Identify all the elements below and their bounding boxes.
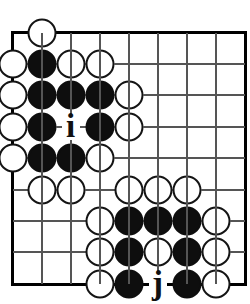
intersection-r5c3[interactable]	[56, 143, 85, 174]
white-stone	[0, 81, 27, 110]
intersection-r7c7[interactable]	[172, 205, 201, 236]
black-stone	[114, 207, 143, 236]
intersection-r7c5[interactable]	[114, 205, 143, 236]
intersection-r7c4[interactable]	[85, 205, 114, 236]
intersection-r3c7[interactable]	[172, 80, 201, 111]
black-stone	[27, 144, 56, 173]
black-stone	[172, 269, 201, 298]
intersection-r6c5[interactable]	[114, 174, 143, 205]
intersection-r5c1[interactable]	[0, 143, 27, 174]
intersection-r8c1[interactable]	[0, 237, 27, 268]
intersection-r1c4[interactable]	[85, 17, 114, 48]
intersection-r5c8[interactable]	[201, 143, 230, 174]
black-stone	[114, 238, 143, 267]
black-stone	[172, 238, 201, 267]
white-stone	[114, 81, 143, 110]
black-stone	[143, 207, 172, 236]
intersection-r6c9[interactable]	[230, 174, 250, 205]
white-stone	[143, 175, 172, 204]
intersection-r9c7[interactable]	[172, 268, 201, 299]
intersection-r1c7[interactable]	[172, 17, 201, 48]
white-stone	[85, 207, 114, 236]
intersection-r1c1[interactable]	[0, 17, 27, 48]
intersection-r6c2[interactable]	[27, 174, 56, 205]
white-stone	[27, 18, 56, 47]
white-stone	[201, 238, 230, 267]
intersection-r6c3[interactable]	[56, 174, 85, 205]
intersection-r3c4[interactable]	[85, 80, 114, 111]
point-label-i: i	[62, 114, 80, 140]
intersection-r5c5[interactable]	[114, 143, 143, 174]
intersection-r1c6[interactable]	[143, 17, 172, 48]
intersection-r6c1[interactable]	[0, 174, 27, 205]
intersection-r4c3[interactable]: i	[56, 111, 85, 142]
white-stone	[143, 238, 172, 267]
intersection-r3c9[interactable]	[230, 80, 250, 111]
intersection-r1c5[interactable]	[114, 17, 143, 48]
intersection-r3c3[interactable]	[56, 80, 85, 111]
intersection-r9c6[interactable]: j	[143, 268, 172, 299]
intersection-r9c8[interactable]	[201, 268, 230, 299]
black-stone	[172, 207, 201, 236]
intersection-r7c2[interactable]	[27, 205, 56, 236]
intersection-r7c3[interactable]	[56, 205, 85, 236]
intersection-r1c8[interactable]	[201, 17, 230, 48]
intersection-r2c5[interactable]	[114, 48, 143, 79]
intersection-r3c6[interactable]	[143, 80, 172, 111]
white-stone	[85, 144, 114, 173]
intersection-r7c6[interactable]	[143, 205, 172, 236]
intersection-r2c8[interactable]	[201, 48, 230, 79]
intersection-r6c6[interactable]	[143, 174, 172, 205]
white-stone	[85, 50, 114, 79]
intersection-r5c7[interactable]	[172, 143, 201, 174]
intersection-r6c4[interactable]	[85, 174, 114, 205]
intersection-r9c4[interactable]	[85, 268, 114, 299]
white-stone	[201, 269, 230, 298]
intersection-r5c4[interactable]	[85, 143, 114, 174]
intersection-r8c3[interactable]	[56, 237, 85, 268]
intersection-r7c1[interactable]	[0, 205, 27, 236]
intersection-r3c1[interactable]	[0, 80, 27, 111]
white-stone	[114, 112, 143, 141]
intersection-r5c6[interactable]	[143, 143, 172, 174]
intersection-r3c5[interactable]	[114, 80, 143, 111]
intersection-r8c7[interactable]	[172, 237, 201, 268]
white-stone	[27, 175, 56, 204]
intersection-r2c1[interactable]	[0, 48, 27, 79]
intersection-r8c4[interactable]	[85, 237, 114, 268]
white-stone	[56, 175, 85, 204]
intersection-r5c2[interactable]	[27, 143, 56, 174]
intersection-r4c9[interactable]	[230, 111, 250, 142]
intersection-r4c1[interactable]	[0, 111, 27, 142]
intersection-r5c9[interactable]	[230, 143, 250, 174]
black-stone	[56, 81, 85, 110]
point-label-j: j	[149, 271, 167, 297]
go-problem-diagram: ij	[0, 0, 250, 304]
white-stone	[201, 207, 230, 236]
intersection-r2c6[interactable]	[143, 48, 172, 79]
intersection-r6c8[interactable]	[201, 174, 230, 205]
white-stone	[114, 175, 143, 204]
intersection-r2c2[interactable]	[27, 48, 56, 79]
intersection-r8c8[interactable]	[201, 237, 230, 268]
intersection-r1c9[interactable]	[230, 17, 250, 48]
black-stone	[85, 112, 114, 141]
intersection-r2c9[interactable]	[230, 48, 250, 79]
intersection-r4c4[interactable]	[85, 111, 114, 142]
intersection-r1c2[interactable]	[27, 17, 56, 48]
intersection-r9c2[interactable]	[27, 268, 56, 299]
intersection-r9c3[interactable]	[56, 268, 85, 299]
white-stone	[172, 175, 201, 204]
intersection-r8c5[interactable]	[114, 237, 143, 268]
black-stone	[114, 269, 143, 298]
intersection-r6c7[interactable]	[172, 174, 201, 205]
intersection-r4c8[interactable]	[201, 111, 230, 142]
intersection-r3c2[interactable]	[27, 80, 56, 111]
intersection-r3c8[interactable]	[201, 80, 230, 111]
white-stone	[56, 50, 85, 79]
intersection-r2c4[interactable]	[85, 48, 114, 79]
white-stone	[0, 112, 27, 141]
intersection-r2c3[interactable]	[56, 48, 85, 79]
intersection-r2c7[interactable]	[172, 48, 201, 79]
intersection-r1c3[interactable]	[56, 17, 85, 48]
intersection-r8c6[interactable]	[143, 237, 172, 268]
black-stone	[27, 112, 56, 141]
intersection-r9c5[interactable]	[114, 268, 143, 299]
intersection-r4c7[interactable]	[172, 111, 201, 142]
intersection-r9c9[interactable]	[230, 268, 250, 299]
intersection-r8c9[interactable]	[230, 237, 250, 268]
white-stone	[0, 50, 27, 79]
intersection-r4c5[interactable]	[114, 111, 143, 142]
white-stone	[85, 269, 114, 298]
intersection-r7c9[interactable]	[230, 205, 250, 236]
white-stone	[0, 144, 27, 173]
go-board: ij	[0, 17, 250, 300]
intersection-r9c1[interactable]	[0, 268, 27, 299]
black-stone	[85, 81, 114, 110]
intersection-r4c6[interactable]	[143, 111, 172, 142]
black-stone	[56, 144, 85, 173]
white-stone	[85, 238, 114, 267]
intersection-r4c2[interactable]	[27, 111, 56, 142]
black-stone	[27, 50, 56, 79]
intersection-r8c2[interactable]	[27, 237, 56, 268]
intersection-r7c8[interactable]	[201, 205, 230, 236]
black-stone	[27, 81, 56, 110]
